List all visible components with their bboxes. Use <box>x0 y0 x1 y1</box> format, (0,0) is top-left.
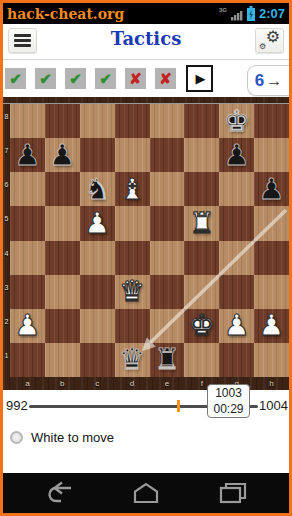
square-c3[interactable] <box>80 275 115 309</box>
rank-label-5: 5 <box>3 215 10 223</box>
white-queen-d3[interactable]: ♛ <box>119 277 145 306</box>
result-1-correct: ✔ <box>5 68 26 89</box>
home-button[interactable] <box>116 478 176 508</box>
recents-icon <box>218 481 248 505</box>
slider-thumb[interactable] <box>177 400 180 412</box>
file-label-e: e <box>150 377 185 390</box>
white-king-f2[interactable]: ♚ <box>189 311 215 340</box>
square-f5[interactable]: ♜ <box>184 206 219 240</box>
file-label-b: b <box>45 377 80 390</box>
square-e7[interactable] <box>150 138 185 172</box>
square-c7[interactable] <box>80 138 115 172</box>
square-a1[interactable] <box>10 343 45 377</box>
gear-icon: ⚙ <box>266 29 280 45</box>
square-b8[interactable] <box>45 104 80 138</box>
square-b1[interactable] <box>45 343 80 377</box>
square-h6[interactable]: ♟ <box>254 172 289 206</box>
square-e5[interactable] <box>150 206 185 240</box>
file-label-d: d <box>115 377 150 390</box>
white-rook-f5[interactable]: ♜ <box>189 209 215 238</box>
square-f4[interactable] <box>184 241 219 275</box>
square-b4[interactable] <box>45 241 80 275</box>
square-g3[interactable] <box>219 275 254 309</box>
next-count: 6 <box>255 71 264 91</box>
next-arrow-icon: → <box>266 73 282 89</box>
square-a4[interactable] <box>10 241 45 275</box>
white-pawn-c5[interactable]: ♟ <box>84 209 110 238</box>
rank-label-7: 7 <box>3 147 10 155</box>
status-bar: hack-cheat.org 3G 2:07 <box>3 3 289 24</box>
play-icon: ▶ <box>196 71 206 86</box>
white-pawn-a2[interactable]: ♟ <box>14 311 40 340</box>
file-label-h: h <box>254 377 289 390</box>
square-h5[interactable] <box>254 206 289 240</box>
square-h1[interactable] <box>254 343 289 377</box>
square-a5[interactable] <box>10 206 45 240</box>
square-b5[interactable] <box>45 206 80 240</box>
square-g5[interactable] <box>219 206 254 240</box>
rating-current: 1003 <box>208 385 249 401</box>
square-c6[interactable]: ♞ <box>80 172 115 206</box>
board-grid: ♚♟♟♟♞♝♟♟♜♛♟♚♟♟♛♜ <box>10 104 289 377</box>
signal-icon <box>230 6 243 21</box>
puzzle-results-row: ✔✔✔✔✘✘ ▶ 6 → <box>3 60 289 97</box>
square-f7[interactable] <box>184 138 219 172</box>
square-g7[interactable]: ♟ <box>219 138 254 172</box>
square-h4[interactable] <box>254 241 289 275</box>
square-d8[interactable] <box>115 104 150 138</box>
square-h2[interactable]: ♟ <box>254 309 289 343</box>
rank-label-2: 2 <box>3 318 10 326</box>
square-d7[interactable] <box>115 138 150 172</box>
black-pawn-h6[interactable]: ♟ <box>259 175 285 204</box>
square-d3[interactable]: ♛ <box>115 275 150 309</box>
battery-charging-icon <box>246 6 256 22</box>
square-h8[interactable] <box>254 104 289 138</box>
result-2-correct: ✔ <box>35 68 56 89</box>
next-puzzle-button[interactable]: 6 → <box>247 65 289 96</box>
square-f8[interactable] <box>184 104 219 138</box>
rank-label-3: 3 <box>3 284 10 292</box>
bottom-spacer <box>3 450 289 473</box>
square-h3[interactable] <box>254 275 289 309</box>
square-d5[interactable] <box>115 206 150 240</box>
recents-button[interactable] <box>203 478 263 508</box>
square-f2[interactable]: ♚ <box>184 309 219 343</box>
square-c2[interactable] <box>80 309 115 343</box>
square-a2[interactable]: ♟ <box>10 309 45 343</box>
toolbar: Tactics ⚙ ⚙ <box>3 24 289 60</box>
square-e1[interactable]: ♜ <box>150 343 185 377</box>
white-pawn-g2[interactable]: ♟ <box>224 311 250 340</box>
square-g1[interactable] <box>219 343 254 377</box>
app-screen: hack-cheat.org 3G 2:07 Tactics <box>0 0 292 516</box>
back-icon <box>43 481 77 505</box>
result-6-incorrect: ✘ <box>155 68 176 89</box>
square-f1[interactable] <box>184 343 219 377</box>
rank-label-8: 8 <box>3 113 10 121</box>
result-4-correct: ✔ <box>95 68 116 89</box>
black-pawn-g7[interactable]: ♟ <box>224 141 250 170</box>
square-e2[interactable] <box>150 309 185 343</box>
square-b3[interactable] <box>45 275 80 309</box>
android-navbar <box>3 473 289 513</box>
square-d2[interactable] <box>115 309 150 343</box>
square-e4[interactable] <box>150 241 185 275</box>
square-b2[interactable] <box>45 309 80 343</box>
square-e3[interactable] <box>150 275 185 309</box>
square-h7[interactable] <box>254 138 289 172</box>
turn-label: White to move <box>31 430 114 445</box>
square-b6[interactable] <box>45 172 80 206</box>
watermark-text: hack-cheat.org <box>7 6 124 22</box>
rank-label-4: 4 <box>3 250 10 258</box>
rating-max-label: 1004 <box>259 398 288 413</box>
black-queen-d1[interactable]: ♛ <box>119 345 145 374</box>
back-button[interactable] <box>30 478 90 508</box>
square-a3[interactable] <box>10 275 45 309</box>
square-e8[interactable] <box>150 104 185 138</box>
square-g2[interactable]: ♟ <box>219 309 254 343</box>
home-icon <box>131 481 161 505</box>
network-type-label: 3G <box>219 7 227 13</box>
clock: 2:07 <box>259 6 285 21</box>
turn-radio-button[interactable] <box>10 431 23 444</box>
square-c4[interactable] <box>80 241 115 275</box>
square-g4[interactable] <box>219 241 254 275</box>
square-d4[interactable] <box>115 241 150 275</box>
white-pawn-h2[interactable]: ♟ <box>259 311 285 340</box>
black-knight-c6[interactable]: ♞ <box>84 175 110 204</box>
black-rook-e1[interactable]: ♜ <box>154 345 180 374</box>
square-g8[interactable]: ♚ <box>219 104 254 138</box>
file-label-a: a <box>10 377 45 390</box>
file-label-c: c <box>80 377 115 390</box>
square-a6[interactable] <box>10 172 45 206</box>
square-f3[interactable] <box>184 275 219 309</box>
square-d6[interactable]: ♝ <box>115 172 150 206</box>
black-king-g8[interactable]: ♚ <box>224 107 250 136</box>
result-3-correct: ✔ <box>65 68 86 89</box>
square-c8[interactable] <box>80 104 115 138</box>
square-b7[interactable]: ♟ <box>45 138 80 172</box>
square-e6[interactable] <box>150 172 185 206</box>
chess-board: ♚♟♟♟♞♝♟♟♜♛♟♚♟♟♛♜ 87654321 abcdefgh <box>3 97 289 390</box>
turn-indicator-row: White to move <box>3 425 289 450</box>
play-button[interactable]: ▶ <box>186 65 213 92</box>
rating-tooltip: 1003 00:29 <box>207 384 250 418</box>
square-c5[interactable]: ♟ <box>80 206 115 240</box>
rating-min-label: 992 <box>6 398 28 413</box>
rating-slider: 992 1003 00:29 1004 <box>3 390 289 425</box>
result-5-incorrect: ✘ <box>125 68 146 89</box>
black-pawn-b7[interactable]: ♟ <box>49 141 75 170</box>
square-a8[interactable] <box>10 104 45 138</box>
white-bishop-d6[interactable]: ♝ <box>119 175 145 204</box>
black-pawn-a7[interactable]: ♟ <box>14 141 40 170</box>
square-a7[interactable]: ♟ <box>10 138 45 172</box>
rank-label-6: 6 <box>3 181 10 189</box>
gear-small-icon: ⚙ <box>259 43 266 51</box>
rank-label-1: 1 <box>3 352 10 360</box>
square-c1[interactable] <box>80 343 115 377</box>
settings-button[interactable]: ⚙ ⚙ <box>255 28 284 53</box>
square-g6[interactable] <box>219 172 254 206</box>
square-f6[interactable] <box>184 172 219 206</box>
elapsed-time: 00:29 <box>208 401 249 417</box>
square-d1[interactable]: ♛ <box>115 343 150 377</box>
page-title: Tactics <box>3 28 289 49</box>
